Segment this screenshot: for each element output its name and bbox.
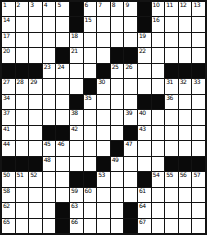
cell-r9c13[interactable] (165, 126, 178, 140)
cell-r3c6[interactable]: 18 (70, 33, 83, 47)
cell-r6c6[interactable] (70, 79, 83, 93)
clue-number: 60 (85, 188, 92, 194)
cell-r11c13 (165, 157, 178, 171)
cell-r15c9[interactable] (111, 219, 124, 233)
cell-r10c6[interactable] (70, 141, 83, 155)
cell-r3c15[interactable] (192, 33, 205, 47)
cell-r1c3[interactable]: 3 (29, 2, 42, 16)
cell-r12c5[interactable] (56, 172, 69, 186)
clue-number: 37 (3, 110, 10, 116)
cell-r8c1[interactable]: 37 (2, 110, 15, 124)
cell-r2c7[interactable]: 15 (84, 17, 97, 31)
cell-r9c12[interactable] (152, 126, 165, 140)
clue-number: 52 (30, 172, 37, 178)
cell-r6c7 (84, 79, 97, 93)
cell-r2c12[interactable]: 16 (152, 17, 165, 31)
cell-r9c3[interactable] (29, 126, 42, 140)
clue-number: 40 (139, 110, 146, 116)
clue-number: 12 (180, 2, 187, 8)
clue-number: 2 (17, 2, 20, 8)
cell-r7c4[interactable] (43, 95, 56, 109)
cell-r2c1[interactable]: 14 (2, 17, 15, 31)
cell-r9c14[interactable] (179, 126, 192, 140)
cell-r6c2[interactable]: 28 (16, 79, 29, 93)
cell-r4c12[interactable] (152, 48, 165, 62)
cell-r2c10[interactable] (124, 17, 137, 31)
cell-r3c3[interactable] (29, 33, 42, 47)
cell-r11c8 (97, 157, 110, 171)
cell-r14c3[interactable] (29, 203, 42, 217)
cell-r9c15[interactable] (192, 126, 205, 140)
cell-r3c5[interactable] (56, 33, 69, 47)
clue-number: 63 (71, 203, 78, 209)
cell-r8c11[interactable]: 40 (138, 110, 151, 124)
clue-number: 62 (3, 203, 10, 209)
cell-r14c7[interactable] (84, 203, 97, 217)
cell-r11c6[interactable] (70, 157, 83, 171)
cell-r6c9[interactable] (111, 79, 124, 93)
clue-number: 24 (57, 64, 64, 70)
cell-r7c6 (70, 95, 83, 109)
cell-r2c9[interactable] (111, 17, 124, 31)
cell-r12c6 (70, 172, 83, 186)
cell-r14c14[interactable] (179, 203, 192, 217)
cell-r5c7[interactable] (84, 64, 97, 78)
cell-r10c4[interactable]: 45 (43, 141, 56, 155)
cell-r11c10[interactable] (124, 157, 137, 171)
cell-r12c10[interactable] (124, 172, 137, 186)
cell-r15c7[interactable] (84, 219, 97, 233)
clue-number: 45 (44, 141, 51, 147)
cell-r3c11[interactable]: 19 (138, 33, 151, 47)
cell-r7c2[interactable] (16, 95, 29, 109)
cell-r15c6[interactable]: 66 (70, 219, 83, 233)
cell-r11c11[interactable] (138, 157, 151, 171)
cell-r13c9[interactable] (111, 188, 124, 202)
clue-number: 58 (3, 188, 10, 194)
clue-number: 38 (71, 110, 78, 116)
cell-r15c3[interactable] (29, 219, 42, 233)
cell-r10c8[interactable] (97, 141, 110, 155)
clue-number: 13 (193, 2, 200, 8)
clue-number: 56 (180, 172, 187, 178)
cell-r11c5[interactable] (56, 157, 69, 171)
cell-r14c4[interactable] (43, 203, 56, 217)
cell-r13c7[interactable]: 60 (84, 188, 97, 202)
clue-number: 10 (153, 2, 160, 8)
clue-number: 66 (71, 219, 78, 225)
cell-r12c14[interactable]: 56 (179, 172, 192, 186)
cell-r3c9[interactable] (111, 33, 124, 47)
cell-r2c3[interactable] (29, 17, 42, 31)
cell-r2c11 (138, 17, 151, 31)
cell-r8c5[interactable] (56, 110, 69, 124)
cell-r3c7[interactable] (84, 33, 97, 47)
cell-r4c11[interactable]: 22 (138, 48, 151, 62)
clue-number: 21 (71, 48, 78, 54)
cell-r4c14[interactable] (179, 48, 192, 62)
clue-number: 65 (3, 219, 10, 225)
cell-r14c13[interactable] (165, 203, 178, 217)
clue-number: 67 (139, 219, 146, 225)
cell-r6c4[interactable] (43, 79, 56, 93)
clue-number: 15 (85, 17, 92, 23)
clue-number: 31 (166, 79, 173, 85)
cell-r10c10[interactable]: 47 (124, 141, 137, 155)
clue-number: 48 (44, 157, 51, 163)
clue-number: 19 (139, 33, 146, 39)
cell-r2c8[interactable] (97, 17, 110, 31)
cell-r9c7[interactable] (84, 126, 97, 140)
cell-r14c5 (56, 203, 69, 217)
cell-r11c7[interactable] (84, 157, 97, 171)
clue-number: 8 (112, 2, 115, 8)
cell-r14c8[interactable] (97, 203, 110, 217)
clue-number: 7 (98, 2, 101, 8)
cell-r1c8[interactable]: 7 (97, 2, 110, 16)
cell-r15c10 (124, 219, 137, 233)
cell-r6c8[interactable]: 30 (97, 79, 110, 93)
cell-r3c8[interactable] (97, 33, 110, 47)
cell-r8c2[interactable] (16, 110, 29, 124)
clue-number: 44 (3, 141, 10, 147)
clue-number: 6 (85, 2, 88, 8)
cell-r5c3 (29, 64, 42, 78)
cell-r8c8[interactable] (97, 110, 110, 124)
cell-r1c2[interactable]: 2 (16, 2, 29, 16)
cell-r5c8 (97, 64, 110, 78)
cell-r5c6[interactable] (70, 64, 83, 78)
clue-number: 32 (180, 79, 187, 85)
cell-r13c3[interactable] (29, 188, 42, 202)
cell-r10c2[interactable] (16, 141, 29, 155)
cell-r2c2[interactable] (16, 17, 29, 31)
cell-r12c9[interactable] (111, 172, 124, 186)
cell-r6c12[interactable] (152, 79, 165, 93)
cell-r5c15 (192, 64, 205, 78)
cell-r14c11[interactable]: 64 (138, 203, 151, 217)
cell-r4c9 (111, 48, 124, 62)
cell-r14c1[interactable]: 62 (2, 203, 15, 217)
cell-r13c10[interactable] (124, 188, 137, 202)
clue-number: 47 (125, 141, 132, 147)
clue-number: 14 (3, 17, 10, 23)
cell-r3c1[interactable]: 17 (2, 33, 15, 47)
cell-r6c5[interactable] (56, 79, 69, 93)
cell-r11c3 (29, 157, 42, 171)
cell-r12c15[interactable]: 57 (192, 172, 205, 186)
cell-r3c10[interactable] (124, 33, 137, 47)
cell-r1c7[interactable]: 6 (84, 2, 97, 16)
cell-r13c2[interactable] (16, 188, 29, 202)
cell-r13c14[interactable] (179, 188, 192, 202)
clue-number: 57 (193, 172, 200, 178)
cell-r1c1[interactable]: 1 (2, 2, 15, 16)
cell-r15c14[interactable] (179, 219, 192, 233)
cell-r8c15[interactable] (192, 110, 205, 124)
cell-r14c6[interactable]: 63 (70, 203, 83, 217)
cell-r3c14[interactable] (179, 33, 192, 47)
cell-r1c10[interactable]: 9 (124, 2, 137, 16)
clue-number: 29 (30, 79, 37, 85)
cell-r4c6[interactable]: 21 (70, 48, 83, 62)
clue-number: 3 (30, 2, 33, 8)
cell-r8c14[interactable] (179, 110, 192, 124)
crossword-grid: 1234567891011121314151617181920212223242… (0, 0, 207, 235)
clue-number: 17 (3, 33, 10, 39)
cell-r7c10[interactable] (124, 95, 137, 109)
cell-r10c13[interactable] (165, 141, 178, 155)
clue-number: 61 (139, 188, 146, 194)
cell-r15c5 (56, 219, 69, 233)
cell-r1c6 (70, 2, 83, 16)
cell-r4c10 (124, 48, 137, 62)
cell-r7c13[interactable]: 36 (165, 95, 178, 109)
cell-r11c2 (16, 157, 29, 171)
cell-r6c13[interactable]: 31 (165, 79, 178, 93)
cell-r9c10 (124, 126, 137, 140)
cell-r11c12[interactable] (152, 157, 165, 171)
cell-r6c11[interactable] (138, 79, 151, 93)
cell-r4c4[interactable] (43, 48, 56, 62)
cell-r14c12[interactable] (152, 203, 165, 217)
cell-r4c3[interactable] (29, 48, 42, 62)
cell-r8c13[interactable] (165, 110, 178, 124)
cell-r11c4[interactable]: 48 (43, 157, 56, 171)
clue-number: 26 (125, 64, 132, 70)
clue-number: 1 (3, 2, 6, 8)
cell-r13c4[interactable] (43, 188, 56, 202)
cell-r9c9[interactable] (111, 126, 124, 140)
cell-r4c15[interactable] (192, 48, 205, 62)
cell-r11c14 (179, 157, 192, 171)
cell-r2c6 (70, 17, 83, 31)
clue-number: 41 (3, 126, 10, 132)
clue-number: 20 (3, 48, 10, 54)
cell-r6c15[interactable]: 33 (192, 79, 205, 93)
cell-r15c11[interactable]: 67 (138, 219, 151, 233)
clue-number: 35 (85, 95, 92, 101)
cell-r3c13[interactable] (165, 33, 178, 47)
cell-r5c14 (179, 64, 192, 78)
cell-r12c11 (138, 172, 151, 186)
cell-r1c11 (138, 2, 151, 16)
cell-r8c12[interactable] (152, 110, 165, 124)
cell-r7c9[interactable] (111, 95, 124, 109)
cell-r13c5[interactable] (56, 188, 69, 202)
cell-r6c10[interactable] (124, 79, 137, 93)
cell-r1c15[interactable]: 13 (192, 2, 205, 16)
cell-r15c13[interactable] (165, 219, 178, 233)
cell-r13c1[interactable]: 58 (2, 188, 15, 202)
cell-r3c2[interactable] (16, 33, 29, 47)
cell-r1c13[interactable]: 11 (165, 2, 178, 16)
cell-r10c9 (111, 141, 124, 155)
cell-r6c14[interactable]: 32 (179, 79, 192, 93)
cell-r1c4[interactable]: 4 (43, 2, 56, 16)
clue-number: 49 (112, 157, 119, 163)
clue-number: 33 (193, 79, 200, 85)
cell-r10c1[interactable]: 44 (2, 141, 15, 155)
cell-r7c1[interactable]: 34 (2, 95, 15, 109)
cell-r5c11[interactable] (138, 64, 151, 78)
cell-r7c3[interactable] (29, 95, 42, 109)
crossword-page: 1234567891011121314151617181920212223242… (0, 0, 207, 235)
cell-r7c7[interactable]: 35 (84, 95, 97, 109)
cell-r5c9[interactable]: 25 (111, 64, 124, 78)
clue-number: 5 (57, 2, 60, 8)
cell-r8c4[interactable] (43, 110, 56, 124)
cell-r11c9[interactable]: 49 (111, 157, 124, 171)
clue-number: 64 (139, 203, 146, 209)
clue-number: 4 (44, 2, 47, 8)
cell-r10c14[interactable] (179, 141, 192, 155)
clue-number: 23 (44, 64, 51, 70)
cell-r12c1[interactable]: 50 (2, 172, 15, 186)
clue-number: 25 (112, 64, 119, 70)
cell-r6c3[interactable]: 29 (29, 79, 42, 93)
cell-r14c2[interactable] (16, 203, 29, 217)
cell-r9c11[interactable]: 43 (138, 126, 151, 140)
cell-r10c5[interactable]: 46 (56, 141, 69, 155)
cell-r2c13[interactable] (165, 17, 178, 31)
clue-number: 27 (3, 79, 10, 85)
cell-r7c15[interactable] (192, 95, 205, 109)
cell-r4c5 (56, 48, 69, 62)
cell-r13c8[interactable] (97, 188, 110, 202)
cell-r12c8[interactable]: 53 (97, 172, 110, 186)
cell-r10c3[interactable] (29, 141, 42, 155)
cell-r13c15[interactable] (192, 188, 205, 202)
cell-r9c5 (56, 126, 69, 140)
cell-r2c15[interactable] (192, 17, 205, 31)
cell-r8c3[interactable] (29, 110, 42, 124)
cell-r14c15[interactable] (192, 203, 205, 217)
cell-r1c9[interactable]: 8 (111, 2, 124, 16)
cell-r2c4[interactable] (43, 17, 56, 31)
clue-number: 46 (57, 141, 64, 147)
clue-number: 18 (71, 33, 78, 39)
cell-r13c12[interactable] (152, 188, 165, 202)
cell-r2c5[interactable] (56, 17, 69, 31)
cell-r12c12[interactable]: 54 (152, 172, 165, 186)
cell-r9c1[interactable]: 41 (2, 126, 15, 140)
cell-r4c8[interactable] (97, 48, 110, 62)
cell-r9c8[interactable] (97, 126, 110, 140)
cell-r14c10 (124, 203, 137, 217)
cell-r13c11[interactable]: 61 (138, 188, 151, 202)
clue-number: 9 (125, 2, 128, 8)
cell-r9c2[interactable] (16, 126, 29, 140)
cell-r15c12[interactable] (152, 219, 165, 233)
cell-r15c1[interactable]: 65 (2, 219, 15, 233)
cell-r15c4[interactable] (43, 219, 56, 233)
clue-number: 54 (153, 172, 160, 178)
cell-r12c13[interactable]: 55 (165, 172, 178, 186)
cell-r15c2[interactable] (16, 219, 29, 233)
cell-r5c13 (165, 64, 178, 78)
cell-r5c2 (16, 64, 29, 78)
cell-r4c7[interactable] (84, 48, 97, 62)
clue-number: 28 (17, 79, 24, 85)
cell-r13c13[interactable] (165, 188, 178, 202)
clue-number: 34 (3, 95, 10, 101)
cell-r8c7[interactable] (84, 110, 97, 124)
cell-r5c4[interactable]: 23 (43, 64, 56, 78)
clue-number: 36 (166, 95, 173, 101)
cell-r12c7 (84, 172, 97, 186)
cell-r8c9[interactable] (111, 110, 124, 124)
cell-r10c12[interactable] (152, 141, 165, 155)
cell-r15c15[interactable] (192, 219, 205, 233)
clue-number: 59 (71, 188, 78, 194)
cell-r7c11 (138, 95, 151, 109)
cell-r3c12[interactable] (152, 33, 165, 47)
cell-r5c1 (2, 64, 15, 78)
clue-number: 50 (3, 172, 10, 178)
cell-r4c13[interactable] (165, 48, 178, 62)
cell-r6c1[interactable]: 27 (2, 79, 15, 93)
cell-r5c5[interactable]: 24 (56, 64, 69, 78)
clue-number: 16 (153, 17, 160, 23)
cell-r7c5[interactable] (56, 95, 69, 109)
clue-number: 55 (166, 172, 173, 178)
cell-r10c7[interactable] (84, 141, 97, 155)
cell-r15c8[interactable] (97, 219, 110, 233)
cell-r4c1[interactable]: 20 (2, 48, 15, 62)
clue-number: 43 (139, 126, 146, 132)
cell-r12c3[interactable]: 52 (29, 172, 42, 186)
cell-r1c14[interactable]: 12 (179, 2, 192, 16)
cell-r1c5[interactable]: 5 (56, 2, 69, 16)
cell-r3c4[interactable] (43, 33, 56, 47)
cell-r7c14[interactable] (179, 95, 192, 109)
cell-r5c10[interactable]: 26 (124, 64, 137, 78)
cell-r1c12[interactable]: 10 (152, 2, 165, 16)
clue-number: 22 (139, 48, 146, 54)
cell-r14c9[interactable] (111, 203, 124, 217)
cell-r9c6[interactable]: 42 (70, 126, 83, 140)
cell-r7c8[interactable] (97, 95, 110, 109)
cell-r2c14[interactable] (179, 17, 192, 31)
cell-r11c15 (192, 157, 205, 171)
cell-r10c11[interactable] (138, 141, 151, 155)
cell-r10c15[interactable] (192, 141, 205, 155)
cell-r8c10[interactable]: 39 (124, 110, 137, 124)
cell-r12c4[interactable] (43, 172, 56, 186)
cell-r8c6[interactable]: 38 (70, 110, 83, 124)
cell-r11c1 (2, 157, 15, 171)
cell-r5c12[interactable] (152, 64, 165, 78)
clue-number: 51 (17, 172, 24, 178)
clue-number: 11 (166, 2, 173, 8)
clue-number: 53 (98, 172, 105, 178)
cell-r9c4 (43, 126, 56, 140)
cell-r13c6[interactable]: 59 (70, 188, 83, 202)
cell-r4c2[interactable] (16, 48, 29, 62)
cell-r7c12 (152, 95, 165, 109)
clue-number: 39 (125, 110, 132, 116)
cell-r12c2[interactable]: 51 (16, 172, 29, 186)
clue-number: 42 (71, 126, 78, 132)
clue-number: 30 (98, 79, 105, 85)
